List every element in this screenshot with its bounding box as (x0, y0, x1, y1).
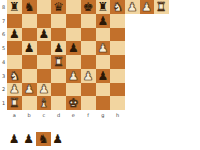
white-knight-icon[interactable]: ♞ (112, 1, 123, 13)
square-c5[interactable] (37, 41, 52, 55)
square-g4[interactable] (96, 55, 111, 69)
captured-black-pieces-tray: ♟♟♞♟ (7, 132, 65, 146)
captured-black-pawn-icon[interactable]: ♟ (52, 133, 63, 145)
square-f2[interactable] (81, 83, 96, 97)
rank-label-4: 4 (0, 55, 7, 69)
square-a5[interactable] (7, 41, 22, 55)
rank-label-5: 5 (0, 41, 7, 55)
square-g3[interactable]: ♟ (96, 69, 111, 83)
tray-cell-0: ♟ (7, 132, 22, 146)
square-f7[interactable] (81, 14, 96, 28)
white-pawn-icon[interactable]: ♟ (24, 83, 35, 95)
square-b3[interactable] (22, 69, 37, 83)
black-pawn-icon[interactable]: ♟ (24, 42, 35, 54)
square-c3[interactable] (37, 69, 52, 83)
white-rook-icon[interactable]: ♜ (53, 56, 64, 68)
square-d4[interactable]: ♜ (51, 55, 66, 69)
square-c4[interactable] (37, 55, 52, 69)
square-f4[interactable] (81, 55, 96, 69)
square-f3[interactable]: ♟ (81, 69, 96, 83)
square-a6[interactable]: ♟ (7, 28, 22, 42)
file-label-c: c (37, 111, 52, 119)
square-h8[interactable]: ♞ (110, 0, 125, 14)
black-pawn-icon[interactable]: ♟ (9, 28, 20, 40)
rank-label-7: 7 (0, 14, 7, 28)
square-a3[interactable]: ♞ (7, 69, 22, 83)
black-pawn-icon[interactable]: ♟ (97, 15, 108, 27)
file-label-d: d (51, 111, 66, 119)
square-e1[interactable]: ♚ (66, 96, 81, 110)
white-rook-icon[interactable]: ♜ (9, 97, 20, 109)
rank-label-2: 2 (0, 83, 7, 97)
white-pawn-icon[interactable]: ♟ (83, 70, 94, 82)
black-rook-icon[interactable]: ♜ (97, 1, 108, 13)
black-pawn-icon[interactable]: ♟ (97, 70, 108, 82)
black-rook-icon[interactable]: ♜ (9, 1, 20, 13)
file-label-h: h (110, 111, 125, 119)
square-a4[interactable] (7, 55, 22, 69)
square-d5[interactable]: ♟ (51, 41, 66, 55)
white-knight-icon[interactable]: ♞ (9, 70, 20, 82)
square-g6[interactable] (96, 28, 111, 42)
square-a2[interactable]: ♟ (7, 83, 22, 97)
square-d3[interactable] (51, 69, 66, 83)
square-f1[interactable] (81, 96, 96, 110)
square-h6[interactable] (110, 28, 125, 42)
square-g1[interactable] (96, 96, 111, 110)
tray-cell-1: ♟ (140, 0, 155, 14)
square-a7[interactable] (7, 14, 22, 28)
square-e6[interactable] (66, 28, 81, 42)
white-pawn-icon[interactable]: ♟ (97, 42, 108, 54)
square-b8[interactable]: ♞ (22, 0, 37, 14)
tray-cell-2: ♞ (36, 132, 51, 146)
square-e3[interactable]: ♟ (66, 69, 81, 83)
chess-app-page: 87654321 ♜♞♛♚♜♞♟♟♟♟♟♟♟♜♞♟♟♟♟♟♟♜♝♚ abcdef… (0, 0, 200, 150)
square-g8[interactable]: ♜ (96, 0, 111, 14)
square-g2[interactable] (96, 83, 111, 97)
tray-cell-2: ♜ (154, 0, 169, 14)
file-label-g: g (96, 111, 111, 119)
square-e4[interactable] (66, 55, 81, 69)
square-b6[interactable] (22, 28, 37, 42)
tray-cell-1: ♟ (22, 132, 37, 146)
square-e5[interactable]: ♟ (66, 41, 81, 55)
captured-black-pawn-icon[interactable]: ♟ (9, 133, 20, 145)
white-pawn-icon[interactable]: ♟ (9, 83, 20, 95)
black-pawn-icon[interactable]: ♟ (68, 42, 79, 54)
square-d2[interactable] (51, 83, 66, 97)
square-c7[interactable] (37, 14, 52, 28)
white-pawn-icon[interactable]: ♟ (38, 83, 49, 95)
black-knight-icon[interactable]: ♞ (24, 1, 35, 13)
captured-white-pieces-tray: ♟♟♜ (125, 0, 169, 14)
black-pawn-icon[interactable]: ♟ (38, 28, 49, 40)
square-g5[interactable]: ♟ (96, 41, 111, 55)
square-h7[interactable] (110, 14, 125, 28)
square-f6[interactable] (81, 28, 96, 42)
square-f5[interactable] (81, 41, 96, 55)
white-bishop-icon[interactable]: ♝ (38, 97, 49, 109)
square-a1[interactable]: ♜ (7, 96, 22, 110)
square-e7[interactable] (66, 14, 81, 28)
rank-label-8: 8 (0, 0, 7, 14)
square-d1[interactable] (51, 96, 66, 110)
captured-white-pawn-icon[interactable]: ♟ (141, 1, 152, 13)
square-c1[interactable]: ♝ (37, 96, 52, 110)
white-king-icon[interactable]: ♚ (68, 97, 79, 109)
captured-white-pawn-icon[interactable]: ♟ (127, 1, 138, 13)
file-label-b: b (22, 111, 37, 119)
captured-white-rook-icon[interactable]: ♜ (156, 1, 167, 13)
white-pawn-icon[interactable]: ♟ (68, 70, 79, 82)
square-e8[interactable] (66, 0, 81, 14)
square-b5[interactable]: ♟ (22, 41, 37, 55)
black-king-icon[interactable]: ♚ (83, 1, 94, 13)
square-d7[interactable] (51, 14, 66, 28)
captured-black-pawn-icon[interactable]: ♟ (23, 133, 34, 145)
square-h1[interactable] (110, 96, 125, 110)
black-queen-icon[interactable]: ♛ (53, 1, 64, 13)
chess-board[interactable]: ♜♞♛♚♜♞♟♟♟♟♟♟♟♜♞♟♟♟♟♟♟♜♝♚ (7, 0, 125, 110)
square-b4[interactable] (22, 55, 37, 69)
square-h3[interactable] (110, 69, 125, 83)
file-labels: abcdefgh (7, 111, 125, 119)
rank-label-3: 3 (0, 69, 7, 83)
square-h4[interactable] (110, 55, 125, 69)
square-b1[interactable] (22, 96, 37, 110)
square-d8[interactable]: ♛ (51, 0, 66, 14)
rank-label-6: 6 (0, 28, 7, 42)
file-label-f: f (81, 111, 96, 119)
rank-label-1: 1 (0, 96, 7, 110)
square-f8[interactable]: ♚ (81, 0, 96, 14)
square-c2[interactable]: ♟ (37, 83, 52, 97)
square-b7[interactable] (22, 14, 37, 28)
square-d6[interactable] (51, 28, 66, 42)
square-h5[interactable] (110, 41, 125, 55)
captured-black-knight-icon[interactable]: ♞ (38, 133, 49, 145)
rank-labels: 87654321 (0, 0, 7, 110)
square-b2[interactable]: ♟ (22, 83, 37, 97)
square-a8[interactable]: ♜ (7, 0, 22, 14)
square-c6[interactable]: ♟ (37, 28, 52, 42)
black-pawn-icon[interactable]: ♟ (53, 42, 64, 54)
square-c8[interactable] (37, 0, 52, 14)
tray-cell-0: ♟ (125, 0, 140, 14)
file-label-e: e (66, 111, 81, 119)
square-h2[interactable] (110, 83, 125, 97)
square-g7[interactable]: ♟ (96, 14, 111, 28)
file-label-a: a (7, 111, 22, 119)
tray-cell-3: ♟ (51, 132, 66, 146)
square-e2[interactable] (66, 83, 81, 97)
